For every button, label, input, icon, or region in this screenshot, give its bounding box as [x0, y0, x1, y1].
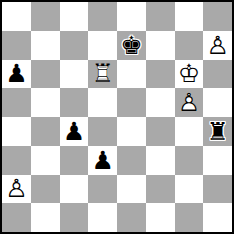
piece-glyph-fill: ♚ [117, 31, 146, 60]
square-h5[interactable] [203, 88, 232, 117]
square-a8[interactable] [2, 2, 31, 31]
white-pawn-icon: ♟♙ [2, 175, 31, 204]
square-d6[interactable]: ♜♖ [88, 60, 117, 89]
square-h6[interactable] [203, 60, 232, 89]
square-a6[interactable]: ♟ [2, 60, 31, 89]
square-b5[interactable] [31, 88, 60, 117]
black-rook-icon: ♜ [203, 117, 232, 146]
square-c5[interactable] [60, 88, 89, 117]
square-d5[interactable] [88, 88, 117, 117]
square-e3[interactable] [117, 146, 146, 175]
square-h8[interactable] [203, 2, 232, 31]
chess-board: ♚♟♙♟♜♖♚♔♟♙♟♜♟♟♙ [2, 2, 232, 232]
square-f4[interactable] [146, 117, 175, 146]
square-e5[interactable] [117, 88, 146, 117]
square-b3[interactable] [31, 146, 60, 175]
square-c4[interactable]: ♟ [60, 117, 89, 146]
square-f1[interactable] [146, 203, 175, 232]
square-g7[interactable] [175, 31, 204, 60]
square-a1[interactable] [2, 203, 31, 232]
square-a5[interactable] [2, 88, 31, 117]
square-c1[interactable] [60, 203, 89, 232]
white-pawn-icon: ♟♙ [203, 31, 232, 60]
square-e2[interactable] [117, 175, 146, 204]
square-d7[interactable] [88, 31, 117, 60]
piece-glyph-outline: ♙ [2, 175, 31, 204]
piece-glyph-outline: ♔ [175, 60, 204, 89]
black-pawn-icon: ♟ [60, 117, 89, 146]
black-king-icon: ♚ [117, 31, 146, 60]
square-e6[interactable] [117, 60, 146, 89]
piece-glyph-fill: ♜ [203, 117, 232, 146]
square-b1[interactable] [31, 203, 60, 232]
square-c8[interactable] [60, 2, 89, 31]
square-b6[interactable] [31, 60, 60, 89]
white-rook-icon: ♜♖ [88, 60, 117, 89]
chess-board-frame: ♚♟♙♟♜♖♚♔♟♙♟♜♟♟♙ [0, 0, 234, 234]
square-d1[interactable] [88, 203, 117, 232]
square-f5[interactable] [146, 88, 175, 117]
piece-glyph-fill: ♟ [60, 117, 89, 146]
black-pawn-icon: ♟ [88, 146, 117, 175]
square-e7[interactable]: ♚ [117, 31, 146, 60]
piece-glyph-fill: ♟ [2, 60, 31, 89]
square-d2[interactable] [88, 175, 117, 204]
square-g4[interactable] [175, 117, 204, 146]
square-g1[interactable] [175, 203, 204, 232]
piece-glyph-fill: ♟ [88, 146, 117, 175]
piece-glyph-outline: ♙ [203, 31, 232, 60]
white-king-icon: ♚♔ [175, 60, 204, 89]
square-a7[interactable] [2, 31, 31, 60]
square-h2[interactable] [203, 175, 232, 204]
square-e4[interactable] [117, 117, 146, 146]
piece-glyph-outline: ♖ [88, 60, 117, 89]
square-h3[interactable] [203, 146, 232, 175]
square-h7[interactable]: ♟♙ [203, 31, 232, 60]
square-g8[interactable] [175, 2, 204, 31]
square-g5[interactable]: ♟♙ [175, 88, 204, 117]
square-g2[interactable] [175, 175, 204, 204]
square-e8[interactable] [117, 2, 146, 31]
square-e1[interactable] [117, 203, 146, 232]
square-h4[interactable]: ♜ [203, 117, 232, 146]
square-b8[interactable] [31, 2, 60, 31]
square-d3[interactable]: ♟ [88, 146, 117, 175]
square-h1[interactable] [203, 203, 232, 232]
square-c6[interactable] [60, 60, 89, 89]
square-f3[interactable] [146, 146, 175, 175]
square-d4[interactable] [88, 117, 117, 146]
square-c2[interactable] [60, 175, 89, 204]
square-b7[interactable] [31, 31, 60, 60]
square-f6[interactable] [146, 60, 175, 89]
square-a3[interactable] [2, 146, 31, 175]
square-f8[interactable] [146, 2, 175, 31]
piece-glyph-outline: ♙ [175, 88, 204, 117]
square-b2[interactable] [31, 175, 60, 204]
square-g6[interactable]: ♚♔ [175, 60, 204, 89]
square-f7[interactable] [146, 31, 175, 60]
square-c3[interactable] [60, 146, 89, 175]
square-c7[interactable] [60, 31, 89, 60]
black-pawn-icon: ♟ [2, 60, 31, 89]
square-b4[interactable] [31, 117, 60, 146]
square-a4[interactable] [2, 117, 31, 146]
square-f2[interactable] [146, 175, 175, 204]
square-g3[interactable] [175, 146, 204, 175]
white-pawn-icon: ♟♙ [175, 88, 204, 117]
square-a2[interactable]: ♟♙ [2, 175, 31, 204]
square-d8[interactable] [88, 2, 117, 31]
